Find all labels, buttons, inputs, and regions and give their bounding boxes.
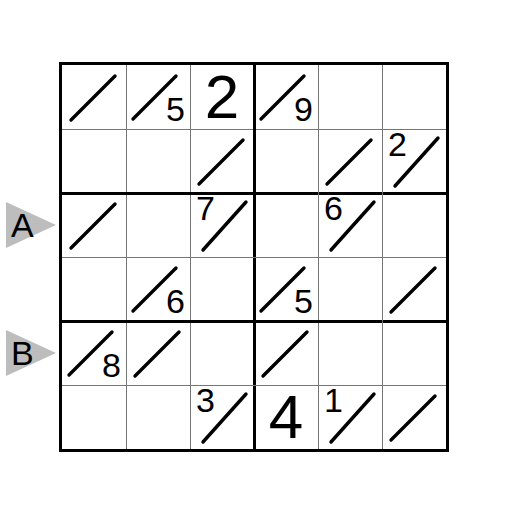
cell-r1c1[interactable] bbox=[62, 65, 126, 129]
marker-label-b: B bbox=[11, 330, 34, 376]
slash-icon bbox=[254, 321, 318, 385]
row-marker-b: B bbox=[6, 330, 56, 376]
puzzle-board: 529276658341 bbox=[59, 62, 449, 452]
slash-icon bbox=[318, 129, 382, 193]
cell-r6c1[interactable] bbox=[62, 385, 126, 449]
cell-r2c2[interactable] bbox=[126, 129, 190, 193]
cell-r3c3[interactable]: 7 bbox=[190, 193, 254, 257]
cell-r4c3[interactable] bbox=[190, 257, 254, 321]
cell-r2c6[interactable]: 2 bbox=[382, 129, 446, 193]
cell-r3c4[interactable] bbox=[254, 193, 318, 257]
given-digit-below-slash: 8 bbox=[102, 348, 121, 384]
cell-r4c4[interactable]: 5 bbox=[254, 257, 318, 321]
cell-r6c6[interactable] bbox=[382, 385, 446, 449]
given-digit: 4 bbox=[254, 385, 318, 449]
cell-r5c2[interactable] bbox=[126, 321, 190, 385]
given-digit-above-slash: 1 bbox=[324, 383, 343, 419]
cell-r2c5[interactable] bbox=[318, 129, 382, 193]
given-digit-above-slash: 3 bbox=[196, 383, 215, 419]
given-digit-below-slash: 5 bbox=[166, 92, 185, 128]
given-digit-below-slash: 5 bbox=[294, 284, 313, 320]
cell-r3c6[interactable] bbox=[382, 193, 446, 257]
cell-r2c3[interactable] bbox=[190, 129, 254, 193]
given-digit-above-slash: 6 bbox=[324, 191, 343, 227]
cell-r4c2[interactable]: 6 bbox=[126, 257, 190, 321]
given-digit-above-slash: 7 bbox=[196, 191, 215, 227]
puzzle-page: A B 529276658341 bbox=[0, 0, 506, 513]
cell-r5c5[interactable] bbox=[318, 321, 382, 385]
slash-icon bbox=[126, 321, 190, 385]
given-digit-below-slash: 9 bbox=[294, 92, 313, 128]
slash-icon bbox=[382, 257, 446, 321]
cell-r1c4[interactable]: 9 bbox=[254, 65, 318, 129]
cell-r6c2[interactable] bbox=[126, 385, 190, 449]
row-marker-a: A bbox=[6, 202, 56, 248]
cell-r4c5[interactable] bbox=[318, 257, 382, 321]
cell-r5c3[interactable] bbox=[190, 321, 254, 385]
cell-r1c3[interactable]: 2 bbox=[190, 65, 254, 129]
given-digit-below-slash: 6 bbox=[166, 284, 185, 320]
cell-r3c5[interactable]: 6 bbox=[318, 193, 382, 257]
cell-r3c1[interactable] bbox=[62, 193, 126, 257]
given-digit: 2 bbox=[190, 65, 254, 129]
marker-label-a: A bbox=[11, 202, 34, 248]
slash-icon bbox=[62, 193, 126, 257]
cell-r1c5[interactable] bbox=[318, 65, 382, 129]
cell-r1c2[interactable]: 5 bbox=[126, 65, 190, 129]
cell-r6c3[interactable]: 3 bbox=[190, 385, 254, 449]
cell-r5c1[interactable]: 8 bbox=[62, 321, 126, 385]
cell-r3c2[interactable] bbox=[126, 193, 190, 257]
cell-r1c6[interactable] bbox=[382, 65, 446, 129]
slash-icon bbox=[190, 129, 254, 193]
cell-r4c1[interactable] bbox=[62, 257, 126, 321]
cell-r2c1[interactable] bbox=[62, 129, 126, 193]
cell-r2c4[interactable] bbox=[254, 129, 318, 193]
given-digit-above-slash: 2 bbox=[388, 127, 407, 163]
slash-icon bbox=[382, 385, 446, 449]
cell-r5c6[interactable] bbox=[382, 321, 446, 385]
slash-icon bbox=[62, 65, 126, 129]
cell-r5c4[interactable] bbox=[254, 321, 318, 385]
cell-r6c4[interactable]: 4 bbox=[254, 385, 318, 449]
cell-r4c6[interactable] bbox=[382, 257, 446, 321]
cell-r6c5[interactable]: 1 bbox=[318, 385, 382, 449]
